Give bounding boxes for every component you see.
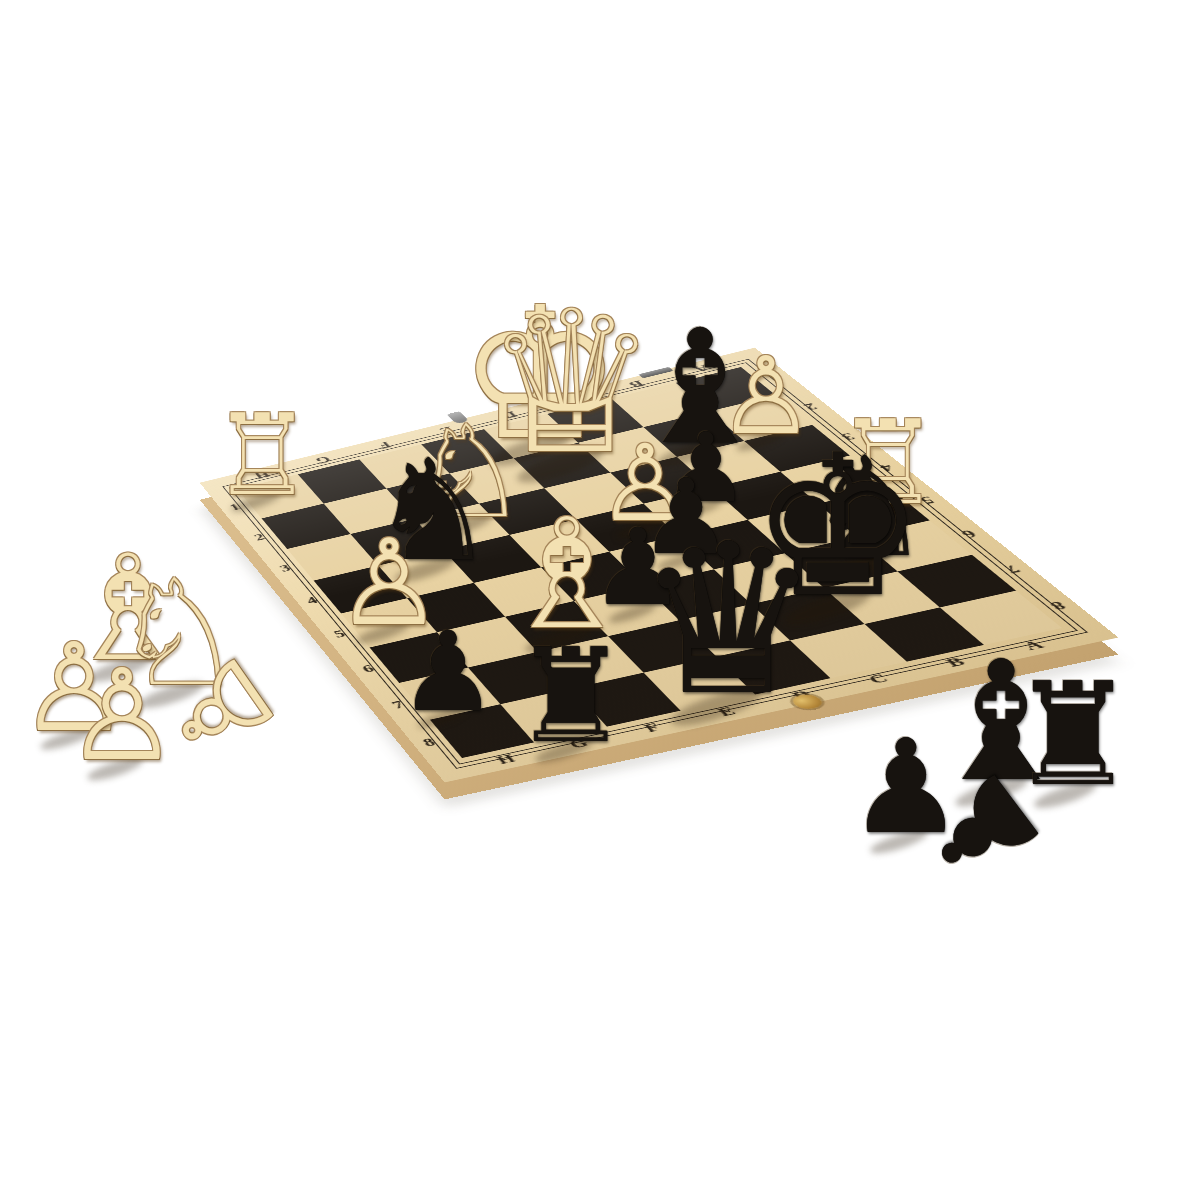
piece-black-pawn-h7[interactable]: ♟ — [399, 617, 498, 727]
rank-label-right-6: 6 — [956, 527, 980, 540]
piece-black-rook-g8[interactable]: ♜ — [513, 631, 630, 761]
piece-white-pawn-captured[interactable]: ♙ — [66, 653, 179, 779]
piece-black-queen-e8[interactable]: ♛ — [635, 516, 821, 724]
rank-label-left-8: 8 — [419, 735, 439, 749]
rank-label-left-3: 3 — [277, 562, 294, 574]
rank-label-right-7: 7 — [1000, 562, 1024, 576]
chess-photo-scene: 1234567812345678HGFEDCBAHGFEDCBA ♖♔♕♙♘♙♖… — [0, 0, 1200, 1200]
rank-label-left-4: 4 — [303, 594, 320, 606]
piece-white-rook-h1[interactable]: ♖ — [212, 399, 312, 511]
piece-black-pawn-captured[interactable]: ♟ — [848, 722, 965, 852]
file-label-far-G: G — [312, 454, 333, 466]
rank-label-left-2: 2 — [251, 531, 267, 543]
rank-label-left-6: 6 — [359, 662, 377, 675]
file-label-near-C: C — [864, 671, 892, 687]
rank-label-right-8: 8 — [1045, 598, 1070, 612]
